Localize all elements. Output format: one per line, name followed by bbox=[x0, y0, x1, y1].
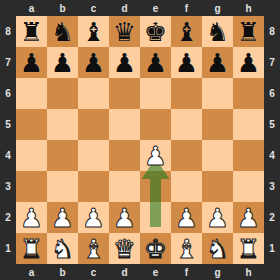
piece-black-pawn[interactable]: ♟ bbox=[202, 47, 233, 78]
file-label-b: b bbox=[47, 264, 78, 280]
rank-label-5: 5 bbox=[264, 109, 280, 140]
file-label-g: g bbox=[202, 0, 233, 16]
rank-label-4: 4 bbox=[264, 140, 280, 171]
piece-black-queen[interactable]: ♛ bbox=[109, 16, 140, 47]
rank-label-6: 6 bbox=[264, 78, 280, 109]
piece-black-rook[interactable]: ♜ bbox=[16, 16, 47, 47]
file-labels-top: abcdefgh bbox=[16, 0, 264, 16]
piece-black-king[interactable]: ♚ bbox=[140, 16, 171, 47]
piece-white-pawn[interactable]: ♟ bbox=[109, 202, 140, 233]
piece-black-pawn[interactable]: ♟ bbox=[109, 47, 140, 78]
piece-white-rook[interactable]: ♜ bbox=[16, 233, 47, 264]
rank-label-2: 2 bbox=[0, 202, 16, 233]
rank-label-1: 1 bbox=[264, 233, 280, 264]
piece-white-knight[interactable]: ♞ bbox=[47, 233, 78, 264]
rank-label-6: 6 bbox=[0, 78, 16, 109]
file-label-b: b bbox=[47, 0, 78, 16]
piece-black-pawn[interactable]: ♟ bbox=[171, 47, 202, 78]
file-label-d: d bbox=[109, 0, 140, 16]
piece-white-king[interactable]: ♚ bbox=[140, 233, 171, 264]
piece-black-rook[interactable]: ♜ bbox=[233, 16, 264, 47]
rank-label-1: 1 bbox=[0, 233, 16, 264]
rank-label-3: 3 bbox=[264, 171, 280, 202]
piece-white-pawn[interactable]: ♟ bbox=[16, 202, 47, 233]
file-labels-bottom: abcdefgh bbox=[16, 264, 264, 280]
rank-labels-right: 87654321 bbox=[264, 16, 280, 264]
file-label-g: g bbox=[202, 264, 233, 280]
piece-black-pawn[interactable]: ♟ bbox=[47, 47, 78, 78]
piece-white-pawn[interactable]: ♟ bbox=[202, 202, 233, 233]
piece-black-bishop[interactable]: ♝ bbox=[78, 16, 109, 47]
rank-label-7: 7 bbox=[0, 47, 16, 78]
rank-label-8: 8 bbox=[0, 16, 16, 47]
chess-board-frame: abcdefgh 87654321 87654321 abcdefgh ♜♞♝♛… bbox=[0, 0, 280, 280]
file-label-e: e bbox=[140, 0, 171, 16]
file-label-a: a bbox=[16, 264, 47, 280]
piece-white-pawn[interactable]: ♟ bbox=[47, 202, 78, 233]
piece-black-bishop[interactable]: ♝ bbox=[171, 16, 202, 47]
file-label-h: h bbox=[233, 0, 264, 16]
file-label-d: d bbox=[109, 264, 140, 280]
file-label-e: e bbox=[140, 264, 171, 280]
file-label-a: a bbox=[16, 0, 47, 16]
pieces-layer: ♜♞♝♛♚♝♞♜♟♟♟♟♟♟♟♟♟♟♟♟♟♟♟♟♜♞♝♛♚♝♞♜ bbox=[16, 16, 264, 264]
file-label-f: f bbox=[171, 264, 202, 280]
piece-black-knight[interactable]: ♞ bbox=[47, 16, 78, 47]
rank-label-5: 5 bbox=[0, 109, 16, 140]
piece-white-pawn[interactable]: ♟ bbox=[171, 202, 202, 233]
rank-label-2: 2 bbox=[264, 202, 280, 233]
file-label-f: f bbox=[171, 0, 202, 16]
file-label-c: c bbox=[78, 0, 109, 16]
piece-white-rook[interactable]: ♜ bbox=[233, 233, 264, 264]
piece-white-queen[interactable]: ♛ bbox=[109, 233, 140, 264]
piece-black-pawn[interactable]: ♟ bbox=[233, 47, 264, 78]
piece-white-pawn[interactable]: ♟ bbox=[140, 140, 171, 171]
piece-white-pawn[interactable]: ♟ bbox=[233, 202, 264, 233]
rank-label-3: 3 bbox=[0, 171, 16, 202]
piece-black-pawn[interactable]: ♟ bbox=[16, 47, 47, 78]
rank-label-4: 4 bbox=[0, 140, 16, 171]
piece-black-pawn[interactable]: ♟ bbox=[78, 47, 109, 78]
piece-white-pawn[interactable]: ♟ bbox=[78, 202, 109, 233]
rank-label-7: 7 bbox=[264, 47, 280, 78]
rank-labels-left: 87654321 bbox=[0, 16, 16, 264]
file-label-h: h bbox=[233, 264, 264, 280]
piece-black-pawn[interactable]: ♟ bbox=[140, 47, 171, 78]
piece-black-knight[interactable]: ♞ bbox=[202, 16, 233, 47]
file-label-c: c bbox=[78, 264, 109, 280]
piece-white-bishop[interactable]: ♝ bbox=[171, 233, 202, 264]
piece-white-bishop[interactable]: ♝ bbox=[78, 233, 109, 264]
rank-label-8: 8 bbox=[264, 16, 280, 47]
piece-white-knight[interactable]: ♞ bbox=[202, 233, 233, 264]
